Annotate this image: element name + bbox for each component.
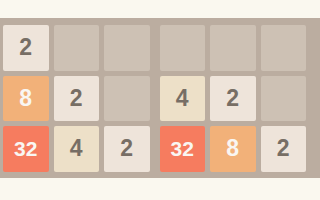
board-cell <box>210 25 256 71</box>
board-cell: 4 <box>54 126 100 172</box>
board-cell: 2 <box>210 76 256 122</box>
board-cell: 2 <box>104 126 150 172</box>
board-cell: 4 <box>160 76 206 122</box>
board-cell <box>160 25 206 71</box>
board-cell <box>261 25 307 71</box>
game-page: 2 8 2 4 2 32 4 2 32 8 2 <box>0 0 320 200</box>
board-cell: 8 <box>210 126 256 172</box>
board-cell <box>104 76 150 122</box>
board-cell: 32 <box>3 126 49 172</box>
board-cell <box>54 25 100 71</box>
board-cell: 8 <box>3 76 49 122</box>
board-cell: 32 <box>160 126 206 172</box>
board-cell: 2 <box>54 76 100 122</box>
board-cell <box>261 76 307 122</box>
game-board[interactable]: 2 8 2 4 2 32 4 2 32 8 2 <box>0 18 320 178</box>
board-cell: 2 <box>3 25 49 71</box>
board-cell <box>104 25 150 71</box>
board-cell: 2 <box>261 126 307 172</box>
